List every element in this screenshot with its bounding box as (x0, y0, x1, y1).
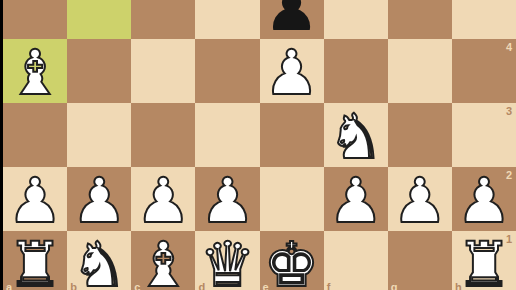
square-f3[interactable]: ♞ (324, 103, 388, 167)
white-rook-a1[interactable]: ♜ (3, 233, 67, 290)
square-c2[interactable]: ♟ (131, 167, 195, 231)
white-pawn-e4[interactable]: ♟ (260, 41, 324, 105)
square-c4[interactable] (131, 39, 195, 103)
square-e4[interactable]: ♟ (260, 39, 324, 103)
white-pawn-a2[interactable]: ♟ (3, 169, 67, 233)
square-a1[interactable]: ♜a (3, 231, 67, 290)
file-label-g: g (391, 282, 398, 290)
white-bishop-c1[interactable]: ♝ (131, 233, 195, 290)
square-b3[interactable] (67, 103, 131, 167)
file-label-d: d (198, 282, 205, 290)
file-label-a: a (6, 282, 12, 290)
square-g3[interactable] (388, 103, 452, 167)
rank-label-1: 1 (506, 234, 512, 245)
square-h5[interactable]: 5 (452, 0, 516, 39)
square-h1[interactable]: ♜1h (452, 231, 516, 290)
square-a2[interactable]: ♟ (3, 167, 67, 231)
square-b4[interactable] (67, 39, 131, 103)
square-g4[interactable] (388, 39, 452, 103)
black-pawn-e5[interactable]: ♟ (260, 0, 324, 41)
rank-label-3: 3 (506, 106, 512, 117)
square-f4[interactable] (324, 39, 388, 103)
white-bishop-a4[interactable]: ♝ (3, 41, 67, 105)
square-b5[interactable] (67, 0, 131, 39)
square-e2[interactable] (260, 167, 324, 231)
white-pawn-d2[interactable]: ♟ (195, 169, 259, 233)
square-c5[interactable] (131, 0, 195, 39)
square-d5[interactable] (195, 0, 259, 39)
file-label-e: e (263, 282, 269, 290)
square-b1[interactable]: ♞b (67, 231, 131, 290)
file-label-f: f (327, 282, 331, 290)
square-f1[interactable]: f (324, 231, 388, 290)
square-g2[interactable]: ♟ (388, 167, 452, 231)
square-g1[interactable]: g (388, 231, 452, 290)
square-a5[interactable] (3, 0, 67, 39)
square-h3[interactable]: 3 (452, 103, 516, 167)
chessboard-viewport: ♟5♝♟4♞3♟♟♟♟♟♟♟2♜a♞b♝c♛d♚efg♜1h (0, 0, 516, 290)
square-h2[interactable]: ♟2 (452, 167, 516, 231)
white-pawn-f2[interactable]: ♟ (324, 169, 388, 233)
square-d3[interactable] (195, 103, 259, 167)
white-pawn-b2[interactable]: ♟ (67, 169, 131, 233)
square-f5[interactable] (324, 0, 388, 39)
square-e1[interactable]: ♚e (260, 231, 324, 290)
rank-label-4: 4 (506, 42, 512, 53)
square-g5[interactable] (388, 0, 452, 39)
file-label-h: h (455, 282, 462, 290)
white-king-e1[interactable]: ♚ (260, 233, 324, 290)
square-a3[interactable] (3, 103, 67, 167)
rank-label-2: 2 (506, 170, 512, 181)
square-e5[interactable]: ♟ (260, 0, 324, 39)
square-f2[interactable]: ♟ (324, 167, 388, 231)
white-knight-f3[interactable]: ♞ (324, 105, 388, 169)
white-pawn-g2[interactable]: ♟ (388, 169, 452, 233)
file-label-b: b (70, 282, 77, 290)
square-e3[interactable] (260, 103, 324, 167)
square-c3[interactable] (131, 103, 195, 167)
square-b2[interactable]: ♟ (67, 167, 131, 231)
square-a4[interactable]: ♝ (3, 39, 67, 103)
square-h4[interactable]: 4 (452, 39, 516, 103)
white-pawn-c2[interactable]: ♟ (131, 169, 195, 233)
square-d4[interactable] (195, 39, 259, 103)
file-label-c: c (134, 282, 140, 290)
chess-board: ♟5♝♟4♞3♟♟♟♟♟♟♟2♜a♞b♝c♛d♚efg♜1h (3, 0, 516, 290)
square-c1[interactable]: ♝c (131, 231, 195, 290)
square-d2[interactable]: ♟ (195, 167, 259, 231)
square-d1[interactable]: ♛d (195, 231, 259, 290)
